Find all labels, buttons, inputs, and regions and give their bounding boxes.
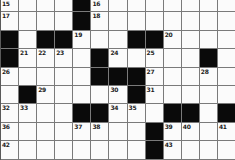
crossword-screenshot: 1516171819202122232425262728293031323334… — [0, 0, 235, 160]
cell-r5c5[interactable] — [91, 86, 108, 103]
clue-number-18: 18 — [92, 13, 100, 19]
cell-r7c1[interactable] — [19, 123, 36, 140]
cell-r3c3[interactable]: 23 — [55, 49, 72, 66]
cell-r5c3[interactable] — [55, 86, 72, 103]
cell-r1c11[interactable] — [200, 12, 217, 29]
black-cell-r4c6 — [109, 68, 126, 85]
cell-r2c12[interactable] — [218, 31, 235, 48]
black-cell-r2c2 — [37, 31, 54, 48]
black-cell-r1c4 — [73, 12, 90, 29]
cell-r8c0[interactable]: 42 — [1, 141, 18, 158]
cell-r0c10[interactable] — [182, 0, 199, 11]
clue-number-34: 34 — [110, 105, 118, 111]
clue-number-20: 20 — [165, 32, 173, 38]
cell-r1c7[interactable] — [128, 12, 145, 29]
cell-r8c2[interactable] — [37, 141, 54, 158]
clue-number-19: 19 — [74, 32, 82, 38]
cell-r0c12[interactable] — [218, 0, 235, 11]
cell-r2c4[interactable]: 19 — [73, 31, 90, 48]
cell-r8c1[interactable] — [19, 141, 36, 158]
cell-r8c7[interactable] — [128, 141, 145, 158]
cell-r0c7[interactable] — [128, 0, 145, 11]
black-cell-r4c5 — [91, 68, 108, 85]
clue-number-31: 31 — [147, 87, 155, 93]
cell-r4c0[interactable]: 26 — [1, 68, 18, 85]
cell-r5c10[interactable] — [182, 86, 199, 103]
black-cell-r2c0 — [1, 31, 18, 48]
cell-r1c12[interactable] — [218, 12, 235, 29]
clue-number-28: 28 — [201, 69, 209, 75]
cell-r4c10[interactable] — [182, 68, 199, 85]
cell-r8c5[interactable] — [91, 141, 108, 158]
clue-number-26: 26 — [2, 69, 10, 75]
cell-r7c12[interactable]: 41 — [218, 123, 235, 140]
clue-number-32: 32 — [2, 105, 10, 111]
cell-r5c2[interactable]: 29 — [37, 86, 54, 103]
black-cell-r8c8 — [146, 141, 163, 158]
cell-r8c12[interactable] — [218, 141, 235, 158]
black-cell-r5c7 — [128, 86, 145, 103]
cell-r6c7[interactable]: 35 — [128, 104, 145, 121]
clue-number-37: 37 — [74, 124, 82, 130]
cell-r1c5[interactable]: 18 — [91, 12, 108, 29]
cell-r8c3[interactable] — [55, 141, 72, 158]
cell-r4c1[interactable] — [19, 68, 36, 85]
cell-r6c8[interactable] — [146, 104, 163, 121]
black-cell-r4c7 — [128, 68, 145, 85]
cell-r1c9[interactable] — [164, 12, 181, 29]
cell-r4c8[interactable]: 27 — [146, 68, 163, 85]
black-cell-r6c10 — [182, 104, 199, 121]
cell-r1c2[interactable] — [37, 12, 54, 29]
clue-number-29: 29 — [38, 87, 46, 93]
clue-number-23: 23 — [56, 50, 64, 56]
cell-r0c2[interactable] — [37, 0, 54, 11]
clue-number-17: 17 — [2, 13, 10, 19]
cell-r0c0[interactable]: 15 — [1, 0, 18, 11]
cell-r4c11[interactable]: 28 — [200, 68, 217, 85]
black-cell-r6c12 — [218, 104, 235, 121]
cell-r0c8[interactable] — [146, 0, 163, 11]
crossword-grid: 1516171819202122232425262728293031323334… — [0, 0, 235, 160]
cell-r8c11[interactable] — [200, 141, 217, 158]
cell-r5c12[interactable] — [218, 86, 235, 103]
cell-r2c10[interactable] — [182, 31, 199, 48]
cell-r6c11[interactable] — [200, 104, 217, 121]
cell-r0c5[interactable]: 16 — [91, 0, 108, 11]
cell-r3c10[interactable] — [182, 49, 199, 66]
cell-r1c6[interactable] — [109, 12, 126, 29]
clue-number-39: 39 — [165, 124, 173, 130]
cell-r0c3[interactable] — [55, 0, 72, 11]
cell-r2c1[interactable] — [19, 31, 36, 48]
clue-number-38: 38 — [92, 124, 100, 130]
cell-r1c8[interactable] — [146, 12, 163, 29]
cell-r8c4[interactable] — [73, 141, 90, 158]
clue-number-22: 22 — [38, 50, 46, 56]
cell-r1c0[interactable]: 17 — [1, 12, 18, 29]
cell-r3c6[interactable]: 24 — [109, 49, 126, 66]
cell-r7c2[interactable] — [37, 123, 54, 140]
clue-number-40: 40 — [183, 124, 191, 130]
cell-r3c8[interactable]: 25 — [146, 49, 163, 66]
cell-r6c3[interactable] — [55, 104, 72, 121]
clue-number-24: 24 — [110, 50, 118, 56]
clue-number-15: 15 — [2, 1, 10, 7]
cell-r5c4[interactable] — [73, 86, 90, 103]
cell-r3c2[interactable]: 22 — [37, 49, 54, 66]
cell-r4c9[interactable] — [164, 68, 181, 85]
black-cell-r6c9 — [164, 104, 181, 121]
cell-r1c3[interactable] — [55, 12, 72, 29]
cell-r3c12[interactable] — [218, 49, 235, 66]
black-cell-r2c7 — [128, 31, 145, 48]
black-cell-r3c11 — [200, 49, 217, 66]
cell-r7c4[interactable]: 37 — [73, 123, 90, 140]
clue-number-35: 35 — [129, 105, 137, 111]
black-cell-r2c3 — [55, 31, 72, 48]
cell-r4c12[interactable] — [218, 68, 235, 85]
black-cell-r6c4 — [73, 104, 90, 121]
cell-r8c10[interactable] — [182, 141, 199, 158]
cell-r7c3[interactable] — [55, 123, 72, 140]
cell-r8c9[interactable]: 43 — [164, 141, 181, 158]
cell-r4c4[interactable] — [73, 68, 90, 85]
cell-r3c9[interactable] — [164, 49, 181, 66]
cell-r6c1[interactable]: 33 — [19, 104, 36, 121]
clue-number-43: 43 — [165, 142, 173, 148]
clue-number-41: 41 — [219, 124, 227, 130]
cell-r7c5[interactable]: 38 — [91, 123, 108, 140]
clue-number-21: 21 — [20, 50, 28, 56]
cell-r3c1[interactable]: 21 — [19, 49, 36, 66]
black-cell-r7c8 — [146, 123, 163, 140]
cell-r8c6[interactable] — [109, 141, 126, 158]
cell-r2c5[interactable] — [91, 31, 108, 48]
cell-r6c6[interactable]: 34 — [109, 104, 126, 121]
clue-number-27: 27 — [147, 69, 155, 75]
cell-r0c1[interactable] — [19, 0, 36, 11]
black-cell-r3c0 — [1, 49, 18, 66]
cell-r3c4[interactable] — [73, 49, 90, 66]
cell-r0c11[interactable] — [200, 0, 217, 11]
cell-r0c6[interactable] — [109, 0, 126, 11]
clue-number-25: 25 — [147, 50, 155, 56]
cell-r5c6[interactable]: 30 — [109, 86, 126, 103]
black-cell-r6c5 — [91, 104, 108, 121]
cell-r7c9[interactable]: 39 — [164, 123, 181, 140]
cell-r6c2[interactable] — [37, 104, 54, 121]
black-cell-r3c5 — [91, 49, 108, 66]
cell-r4c3[interactable] — [55, 68, 72, 85]
cell-r2c6[interactable] — [109, 31, 126, 48]
cell-r5c8[interactable]: 31 — [146, 86, 163, 103]
cell-r7c7[interactable] — [128, 123, 145, 140]
cell-r2c11[interactable] — [200, 31, 217, 48]
cell-r7c10[interactable]: 40 — [182, 123, 199, 140]
cell-r5c9[interactable] — [164, 86, 181, 103]
cell-r1c10[interactable] — [182, 12, 199, 29]
cell-r0c9[interactable] — [164, 0, 181, 11]
clue-number-33: 33 — [20, 105, 28, 111]
cell-r7c11[interactable] — [200, 123, 217, 140]
black-cell-r0c4 — [73, 0, 90, 11]
cell-r1c1[interactable] — [19, 12, 36, 29]
clue-number-42: 42 — [2, 142, 10, 148]
cell-r5c11[interactable] — [200, 86, 217, 103]
clue-number-16: 16 — [92, 1, 100, 7]
cell-r6c0[interactable]: 32 — [1, 104, 18, 121]
cell-r2c9[interactable]: 20 — [164, 31, 181, 48]
cell-r3c7[interactable] — [128, 49, 145, 66]
cell-r5c0[interactable] — [1, 86, 18, 103]
clue-number-30: 30 — [110, 87, 118, 93]
cell-r7c6[interactable] — [109, 123, 126, 140]
black-cell-r2c8 — [146, 31, 163, 48]
cell-r7c0[interactable]: 36 — [1, 123, 18, 140]
cell-r4c2[interactable] — [37, 68, 54, 85]
black-cell-r5c1 — [19, 86, 36, 103]
clue-number-36: 36 — [2, 124, 10, 130]
